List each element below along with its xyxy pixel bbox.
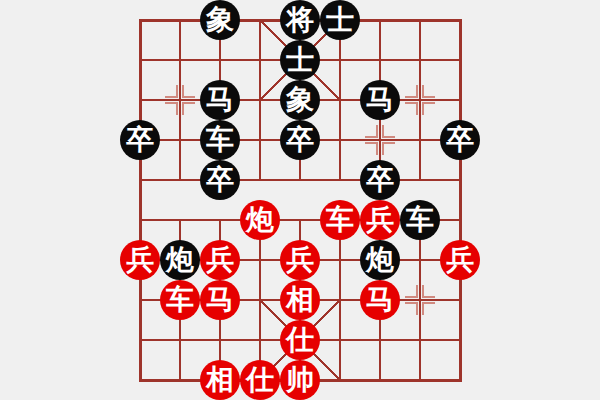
piece-black-horse[interactable]: 马 xyxy=(360,80,400,120)
marker-corner-bl xyxy=(165,102,178,115)
marker-corner-tr xyxy=(422,285,435,298)
piece-black-horse[interactable]: 马 xyxy=(200,80,240,120)
piece-black-chariot[interactable]: 车 xyxy=(200,120,240,160)
board-intersection-grid: 象将士士马象马卒车卒卒卒卒炮车兵车兵炮兵兵炮兵车马相马仕相仕帅 xyxy=(120,0,480,400)
piece-black-soldier[interactable]: 卒 xyxy=(200,160,240,200)
piece-black-general[interactable]: 将 xyxy=(280,0,320,40)
piece-black-advisor[interactable]: 士 xyxy=(320,0,360,40)
marker-corner-tl xyxy=(365,125,378,138)
piece-red-chariot[interactable]: 车 xyxy=(160,280,200,320)
marker-corner-bl xyxy=(405,102,418,115)
piece-red-horse[interactable]: 马 xyxy=(200,280,240,320)
marker-corner-br xyxy=(182,102,195,115)
piece-black-cannon[interactable]: 炮 xyxy=(160,240,200,280)
marker-corner-tl xyxy=(405,285,418,298)
marker-corner-br xyxy=(422,102,435,115)
piece-black-advisor[interactable]: 士 xyxy=(280,40,320,80)
piece-red-general[interactable]: 帅 xyxy=(280,360,320,400)
xiangqi-board: 象将士士马象马卒车卒卒卒卒炮车兵车兵炮兵兵炮兵车马相马仕相仕帅 xyxy=(0,0,600,400)
marker-corner-bl xyxy=(365,142,378,155)
piece-black-chariot[interactable]: 车 xyxy=(400,200,440,240)
piece-red-cannon[interactable]: 炮 xyxy=(240,200,280,240)
piece-red-elephant[interactable]: 相 xyxy=(280,280,320,320)
piece-red-chariot[interactable]: 车 xyxy=(320,200,360,240)
piece-red-soldier[interactable]: 兵 xyxy=(120,240,160,280)
piece-black-soldier[interactable]: 卒 xyxy=(280,120,320,160)
piece-black-cannon[interactable]: 炮 xyxy=(360,240,400,280)
last-move-marker xyxy=(365,125,395,155)
piece-red-soldier[interactable]: 兵 xyxy=(360,200,400,240)
marker-corner-bl xyxy=(405,302,418,315)
piece-black-elephant[interactable]: 象 xyxy=(280,80,320,120)
piece-red-elephant[interactable]: 相 xyxy=(200,360,240,400)
marker-corner-br xyxy=(382,142,395,155)
marker-corner-tl xyxy=(405,85,418,98)
marker-corner-tr xyxy=(422,85,435,98)
piece-red-soldier[interactable]: 兵 xyxy=(200,240,240,280)
last-move-marker xyxy=(405,85,435,115)
piece-red-advisor[interactable]: 仕 xyxy=(280,320,320,360)
piece-red-soldier[interactable]: 兵 xyxy=(440,240,480,280)
piece-black-soldier[interactable]: 卒 xyxy=(120,120,160,160)
marker-corner-tl xyxy=(165,85,178,98)
marker-corner-tr xyxy=(382,125,395,138)
piece-black-soldier[interactable]: 卒 xyxy=(440,120,480,160)
last-move-marker xyxy=(405,285,435,315)
piece-red-horse[interactable]: 马 xyxy=(360,280,400,320)
marker-corner-br xyxy=(422,302,435,315)
marker-corner-tr xyxy=(182,85,195,98)
piece-red-soldier[interactable]: 兵 xyxy=(280,240,320,280)
piece-black-elephant[interactable]: 象 xyxy=(200,0,240,40)
piece-red-advisor[interactable]: 仕 xyxy=(240,360,280,400)
piece-black-soldier[interactable]: 卒 xyxy=(360,160,400,200)
last-move-marker xyxy=(165,85,195,115)
